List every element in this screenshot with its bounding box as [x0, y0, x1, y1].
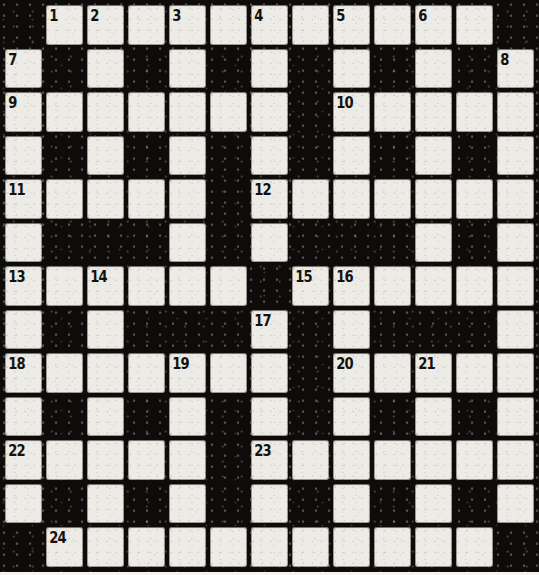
cell-r9c7 — [292, 397, 329, 437]
cell-r3c7 — [292, 136, 329, 176]
cell-r7c7 — [292, 310, 329, 350]
cell-r8c7 — [292, 353, 329, 393]
cell-r10c2[interactable] — [87, 440, 124, 480]
cell-r11c4[interactable] — [169, 484, 206, 524]
cell-r12c6[interactable] — [251, 527, 288, 567]
cell-r11c8[interactable] — [333, 484, 370, 524]
cell-r9c6[interactable] — [251, 397, 288, 437]
cell-r2c12[interactable] — [497, 92, 534, 132]
cell-r1c10[interactable] — [415, 49, 452, 89]
clue-number: 9 — [5, 92, 17, 111]
cell-r0c11[interactable] — [456, 5, 493, 45]
cell-r3c8[interactable] — [333, 136, 370, 176]
cell-r7c6[interactable]: 17 — [251, 310, 288, 350]
clue-number: 21 — [415, 353, 435, 372]
cell-r5c4[interactable] — [169, 223, 206, 263]
cell-r12c4[interactable] — [169, 527, 206, 567]
cell-r7c2[interactable] — [87, 310, 124, 350]
cell-r9c3 — [128, 397, 165, 437]
cell-r8c11[interactable] — [456, 353, 493, 393]
cell-r8c4[interactable]: 19 — [169, 353, 206, 393]
cell-r8c6[interactable] — [251, 353, 288, 393]
cell-r6c6 — [251, 266, 288, 306]
cell-r6c9[interactable] — [374, 266, 411, 306]
cell-r11c1 — [46, 484, 83, 524]
cell-r12c10[interactable] — [415, 527, 452, 567]
cell-r12c9[interactable] — [374, 527, 411, 567]
cell-r11c0[interactable] — [5, 484, 42, 524]
cell-r1c0[interactable]: 7 — [5, 49, 42, 89]
clue-number: 15 — [292, 266, 312, 285]
cell-r9c4[interactable] — [169, 397, 206, 437]
cell-r0c7[interactable] — [292, 5, 329, 45]
cell-r3c12[interactable] — [497, 136, 534, 176]
clue-number: 23 — [251, 440, 271, 459]
cell-r2c3[interactable] — [128, 92, 165, 132]
cell-r6c3[interactable] — [128, 266, 165, 306]
cell-r3c4[interactable] — [169, 136, 206, 176]
cell-r6c0[interactable]: 13 — [5, 266, 42, 306]
cell-r2c7 — [292, 92, 329, 132]
cell-r8c9[interactable] — [374, 353, 411, 393]
clue-number: 7 — [5, 49, 17, 68]
cell-r9c11 — [456, 397, 493, 437]
cell-r3c2[interactable] — [87, 136, 124, 176]
cell-r10c6[interactable]: 23 — [251, 440, 288, 480]
cell-r4c11[interactable] — [456, 179, 493, 219]
cell-r12c0 — [5, 527, 42, 567]
cell-r3c5 — [210, 136, 247, 176]
cell-r6c12[interactable] — [497, 266, 534, 306]
cell-r1c11 — [456, 49, 493, 89]
cell-r1c8[interactable] — [333, 49, 370, 89]
cell-r2c0[interactable]: 9 — [5, 92, 42, 132]
cell-r10c1[interactable] — [46, 440, 83, 480]
cell-r3c6[interactable] — [251, 136, 288, 176]
clue-number: 12 — [251, 179, 271, 198]
cell-r10c12[interactable] — [497, 440, 534, 480]
cell-r0c1[interactable]: 1 — [46, 5, 83, 45]
cell-r9c5 — [210, 397, 247, 437]
cell-r5c9 — [374, 223, 411, 263]
cell-r5c10[interactable] — [415, 223, 452, 263]
cell-r10c9[interactable] — [374, 440, 411, 480]
cell-r7c11 — [456, 310, 493, 350]
cell-r4c1[interactable] — [46, 179, 83, 219]
cell-r0c12 — [497, 5, 534, 45]
cell-r1c2[interactable] — [87, 49, 124, 89]
cell-r1c6[interactable] — [251, 49, 288, 89]
cell-r1c9 — [374, 49, 411, 89]
cell-r9c1 — [46, 397, 83, 437]
cell-r0c6[interactable]: 4 — [251, 5, 288, 45]
cell-r10c7[interactable] — [292, 440, 329, 480]
cell-r12c8[interactable] — [333, 527, 370, 567]
cell-r4c5 — [210, 179, 247, 219]
cell-r11c5 — [210, 484, 247, 524]
cell-r0c5[interactable] — [210, 5, 247, 45]
cell-r12c2[interactable] — [87, 527, 124, 567]
cell-r3c10[interactable] — [415, 136, 452, 176]
clue-number: 16 — [333, 266, 353, 285]
clue-number: 17 — [251, 310, 271, 329]
cell-r0c0 — [5, 5, 42, 45]
cell-r9c9 — [374, 397, 411, 437]
cell-r6c2[interactable]: 14 — [87, 266, 124, 306]
cell-r4c9[interactable] — [374, 179, 411, 219]
cell-r10c11[interactable] — [456, 440, 493, 480]
cell-r5c2 — [87, 223, 124, 263]
cell-r5c12[interactable] — [497, 223, 534, 263]
cell-r10c10[interactable] — [415, 440, 452, 480]
cell-r4c2[interactable] — [87, 179, 124, 219]
cell-r11c12[interactable] — [497, 484, 534, 524]
cell-r8c12[interactable] — [497, 353, 534, 393]
cell-r0c4[interactable]: 3 — [169, 5, 206, 45]
cell-r8c3[interactable] — [128, 353, 165, 393]
cell-r4c7[interactable] — [292, 179, 329, 219]
cell-r6c8[interactable]: 16 — [333, 266, 370, 306]
cell-r11c10[interactable] — [415, 484, 452, 524]
cell-r3c1 — [46, 136, 83, 176]
cell-r7c3 — [128, 310, 165, 350]
cell-r9c8[interactable] — [333, 397, 370, 437]
cell-r9c2[interactable] — [87, 397, 124, 437]
cell-r7c9 — [374, 310, 411, 350]
cell-r12c7[interactable] — [292, 527, 329, 567]
cell-r1c3 — [128, 49, 165, 89]
cell-r6c4[interactable] — [169, 266, 206, 306]
cell-r11c9 — [374, 484, 411, 524]
cell-r11c6[interactable] — [251, 484, 288, 524]
cell-r7c5 — [210, 310, 247, 350]
clue-number: 18 — [5, 353, 25, 372]
clue-number: 8 — [497, 49, 509, 68]
cell-r5c0[interactable] — [5, 223, 42, 263]
cell-r5c5 — [210, 223, 247, 263]
cell-r5c3 — [128, 223, 165, 263]
cell-r4c3[interactable] — [128, 179, 165, 219]
cell-r0c3[interactable] — [128, 5, 165, 45]
cell-r3c3 — [128, 136, 165, 176]
cell-r8c2[interactable] — [87, 353, 124, 393]
cell-r2c6[interactable] — [251, 92, 288, 132]
cell-r7c8[interactable] — [333, 310, 370, 350]
cell-r0c2[interactable]: 2 — [87, 5, 124, 45]
cell-r9c0[interactable] — [5, 397, 42, 437]
cell-r12c11[interactable] — [456, 527, 493, 567]
cell-r7c12[interactable] — [497, 310, 534, 350]
clue-number: 4 — [251, 5, 263, 24]
cell-r4c8[interactable] — [333, 179, 370, 219]
cell-r12c1[interactable]: 24 — [46, 527, 83, 567]
cell-r6c10[interactable] — [415, 266, 452, 306]
clue-number: 1 — [46, 5, 58, 24]
cell-r5c8 — [333, 223, 370, 263]
cell-r11c7 — [292, 484, 329, 524]
cell-r2c9[interactable] — [374, 92, 411, 132]
clue-number: 10 — [333, 92, 353, 111]
cell-r4c10[interactable] — [415, 179, 452, 219]
cell-r2c1[interactable] — [46, 92, 83, 132]
clue-number: 20 — [333, 353, 353, 372]
clue-number: 11 — [5, 179, 25, 198]
cell-r1c1 — [46, 49, 83, 89]
cell-r5c1 — [46, 223, 83, 263]
cell-r10c8[interactable] — [333, 440, 370, 480]
cell-r1c12[interactable]: 8 — [497, 49, 534, 89]
clue-number: 2 — [87, 5, 99, 24]
cell-r8c5[interactable] — [210, 353, 247, 393]
cell-r7c0[interactable] — [5, 310, 42, 350]
cell-r11c3 — [128, 484, 165, 524]
cell-r2c5[interactable] — [210, 92, 247, 132]
cell-r7c4 — [169, 310, 206, 350]
cell-r4c6[interactable]: 12 — [251, 179, 288, 219]
cell-r10c4[interactable] — [169, 440, 206, 480]
clue-number: 22 — [5, 440, 25, 459]
cell-r8c1[interactable] — [46, 353, 83, 393]
cell-r0c9[interactable] — [374, 5, 411, 45]
cell-r12c12 — [497, 527, 534, 567]
cell-r3c0[interactable] — [5, 136, 42, 176]
cell-r0c8[interactable]: 5 — [333, 5, 370, 45]
cell-r5c6[interactable] — [251, 223, 288, 263]
cell-r10c3[interactable] — [128, 440, 165, 480]
crossword-page: 123456789101112131415161718192021222324 — [0, 0, 539, 575]
cell-r8c0[interactable]: 18 — [5, 353, 42, 393]
cell-r1c4[interactable] — [169, 49, 206, 89]
cell-r9c10[interactable] — [415, 397, 452, 437]
clue-number: 6 — [415, 5, 427, 24]
cell-r1c7 — [292, 49, 329, 89]
cell-r2c10[interactable] — [415, 92, 452, 132]
cell-r7c1 — [46, 310, 83, 350]
cell-r4c12[interactable] — [497, 179, 534, 219]
cell-r5c11 — [456, 223, 493, 263]
cell-r6c5[interactable] — [210, 266, 247, 306]
cell-r4c0[interactable]: 11 — [5, 179, 42, 219]
cell-r11c11 — [456, 484, 493, 524]
cell-r8c8[interactable]: 20 — [333, 353, 370, 393]
clue-number: 19 — [169, 353, 189, 372]
clue-number: 3 — [169, 5, 181, 24]
cell-r6c11[interactable] — [456, 266, 493, 306]
cell-r3c11 — [456, 136, 493, 176]
cell-r4c4[interactable] — [169, 179, 206, 219]
cell-r9c12[interactable] — [497, 397, 534, 437]
clue-number: 24 — [46, 527, 66, 546]
cell-r10c5 — [210, 440, 247, 480]
cell-r2c4[interactable] — [169, 92, 206, 132]
clue-number: 5 — [333, 5, 345, 24]
cell-r12c5[interactable] — [210, 527, 247, 567]
cell-r1c5 — [210, 49, 247, 89]
cell-r2c11[interactable] — [456, 92, 493, 132]
clue-number: 13 — [5, 266, 25, 285]
cell-r6c7[interactable]: 15 — [292, 266, 329, 306]
cell-r8c10[interactable]: 21 — [415, 353, 452, 393]
clue-number: 14 — [87, 266, 107, 285]
cell-r5c7 — [292, 223, 329, 263]
cell-r2c8[interactable]: 10 — [333, 92, 370, 132]
cell-r10c0[interactable]: 22 — [5, 440, 42, 480]
cell-r7c10 — [415, 310, 452, 350]
cell-r0c10[interactable]: 6 — [415, 5, 452, 45]
cell-r3c9 — [374, 136, 411, 176]
cell-r12c3[interactable] — [128, 527, 165, 567]
cell-r6c1[interactable] — [46, 266, 83, 306]
crossword-board: 123456789101112131415161718192021222324 — [0, 0, 539, 572]
cell-r2c2[interactable] — [87, 92, 124, 132]
cell-r11c2[interactable] — [87, 484, 124, 524]
